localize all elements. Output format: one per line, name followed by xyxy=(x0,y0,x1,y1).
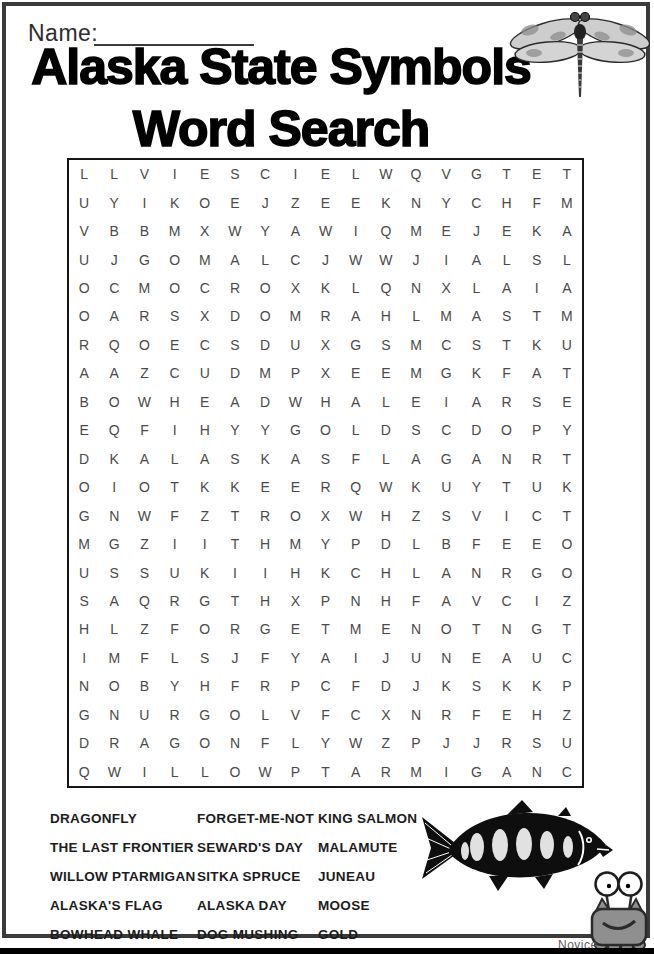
grid-cell-r2c7[interactable]: J xyxy=(250,188,280,216)
grid-cell-r19c15[interactable]: K xyxy=(491,672,521,700)
grid-cell-r12c8[interactable]: E xyxy=(280,473,310,501)
grid-cell-r9c17[interactable]: E xyxy=(552,388,582,416)
grid-cell-r1c2[interactable]: L xyxy=(99,160,129,188)
grid-cell-r15c2[interactable]: S xyxy=(99,558,129,586)
grid-cell-r9c8[interactable]: W xyxy=(280,388,310,416)
grid-cell-r7c15[interactable]: T xyxy=(491,331,521,359)
grid-cell-r8c13[interactable]: G xyxy=(431,359,461,387)
grid-cell-r1c7[interactable]: C xyxy=(250,160,280,188)
grid-cell-r7c1[interactable]: R xyxy=(69,331,99,359)
grid-cell-r22c4[interactable]: L xyxy=(160,758,190,786)
grid-cell-r20c15[interactable]: E xyxy=(491,701,521,729)
grid-cell-r8c17[interactable]: T xyxy=(552,359,582,387)
grid-cell-r9c11[interactable]: L xyxy=(371,388,401,416)
grid-cell-r22c15[interactable]: A xyxy=(491,758,521,786)
grid-cell-r11c4[interactable]: L xyxy=(160,445,190,473)
grid-cell-r20c7[interactable]: L xyxy=(250,701,280,729)
grid-cell-r6c15[interactable]: S xyxy=(491,302,521,330)
grid-cell-r12c1[interactable]: O xyxy=(69,473,99,501)
grid-cell-r13c9[interactable]: X xyxy=(310,501,340,529)
grid-cell-r4c10[interactable]: W xyxy=(341,245,371,273)
grid-cell-r17c7[interactable]: G xyxy=(250,615,280,643)
grid-cell-r8c10[interactable]: E xyxy=(341,359,371,387)
grid-cell-r1c10[interactable]: L xyxy=(341,160,371,188)
grid-cell-r2c8[interactable]: Z xyxy=(280,188,310,216)
grid-cell-r22c6[interactable]: O xyxy=(220,758,250,786)
grid-cell-r2c4[interactable]: K xyxy=(160,188,190,216)
grid-cell-r4c1[interactable]: U xyxy=(69,245,99,273)
grid-cell-r11c2[interactable]: K xyxy=(99,445,129,473)
grid-cell-r19c4[interactable]: Y xyxy=(160,672,190,700)
grid-cell-r12c14[interactable]: Y xyxy=(461,473,491,501)
grid-cell-r5c10[interactable]: L xyxy=(341,274,371,302)
grid-cell-r4c11[interactable]: W xyxy=(371,245,401,273)
grid-cell-r21c13[interactable]: J xyxy=(431,729,461,757)
grid-cell-r3c8[interactable]: A xyxy=(280,217,310,245)
grid-cell-r8c14[interactable]: K xyxy=(461,359,491,387)
grid-cell-r14c4[interactable]: I xyxy=(160,530,190,558)
grid-cell-r12c5[interactable]: K xyxy=(190,473,220,501)
grid-cell-r8c8[interactable]: P xyxy=(280,359,310,387)
grid-cell-r1c4[interactable]: I xyxy=(160,160,190,188)
grid-cell-r21c16[interactable]: S xyxy=(522,729,552,757)
grid-cell-r17c10[interactable]: M xyxy=(341,615,371,643)
grid-cell-r5c1[interactable]: O xyxy=(69,274,99,302)
grid-cell-r21c8[interactable]: L xyxy=(280,729,310,757)
grid-cell-r7c7[interactable]: D xyxy=(250,331,280,359)
grid-cell-r12c9[interactable]: R xyxy=(310,473,340,501)
grid-cell-r13c8[interactable]: O xyxy=(280,501,310,529)
grid-cell-r21c2[interactable]: R xyxy=(99,729,129,757)
grid-cell-r6c4[interactable]: S xyxy=(160,302,190,330)
grid-cell-r3c15[interactable]: E xyxy=(491,217,521,245)
grid-cell-r11c13[interactable]: G xyxy=(431,445,461,473)
grid-cell-r21c6[interactable]: N xyxy=(220,729,250,757)
grid-cell-r9c5[interactable]: E xyxy=(190,388,220,416)
grid-cell-r3c6[interactable]: W xyxy=(220,217,250,245)
grid-cell-r8c2[interactable]: A xyxy=(99,359,129,387)
grid-cell-r9c13[interactable]: I xyxy=(431,388,461,416)
grid-cell-r16c12[interactable]: F xyxy=(401,587,431,615)
grid-cell-r13c13[interactable]: S xyxy=(431,501,461,529)
grid-cell-r11c10[interactable]: F xyxy=(341,445,371,473)
grid-cell-r8c9[interactable]: X xyxy=(310,359,340,387)
grid-cell-r12c4[interactable]: T xyxy=(160,473,190,501)
grid-cell-r7c6[interactable]: S xyxy=(220,331,250,359)
grid-cell-r3c17[interactable]: A xyxy=(552,217,582,245)
grid-cell-r22c13[interactable]: I xyxy=(431,758,461,786)
grid-cell-r20c8[interactable]: V xyxy=(280,701,310,729)
grid-cell-r18c16[interactable]: U xyxy=(522,644,552,672)
grid-cell-r10c10[interactable]: L xyxy=(341,416,371,444)
grid-cell-r15c6[interactable]: I xyxy=(220,558,250,586)
grid-cell-r9c4[interactable]: H xyxy=(160,388,190,416)
grid-cell-r17c6[interactable]: R xyxy=(220,615,250,643)
grid-cell-r22c3[interactable]: I xyxy=(129,758,159,786)
grid-cell-r10c8[interactable]: G xyxy=(280,416,310,444)
grid-cell-r5c3[interactable]: M xyxy=(129,274,159,302)
grid-cell-r21c7[interactable]: F xyxy=(250,729,280,757)
grid-cell-r4c13[interactable]: I xyxy=(431,245,461,273)
grid-cell-r2c2[interactable]: Y xyxy=(99,188,129,216)
grid-cell-r14c13[interactable]: B xyxy=(431,530,461,558)
grid-cell-r15c3[interactable]: S xyxy=(129,558,159,586)
grid-cell-r21c9[interactable]: Y xyxy=(310,729,340,757)
grid-cell-r11c17[interactable]: T xyxy=(552,445,582,473)
grid-cell-r11c15[interactable]: N xyxy=(491,445,521,473)
grid-cell-r17c11[interactable]: E xyxy=(371,615,401,643)
grid-cell-r16c4[interactable]: R xyxy=(160,587,190,615)
grid-cell-r10c3[interactable]: F xyxy=(129,416,159,444)
grid-cell-r14c6[interactable]: T xyxy=(220,530,250,558)
grid-cell-r17c14[interactable]: T xyxy=(461,615,491,643)
grid-cell-r14c3[interactable]: Z xyxy=(129,530,159,558)
grid-cell-r6c9[interactable]: R xyxy=(310,302,340,330)
grid-cell-r7c4[interactable]: E xyxy=(160,331,190,359)
grid-cell-r10c4[interactable]: I xyxy=(160,416,190,444)
grid-cell-r7c3[interactable]: O xyxy=(129,331,159,359)
grid-cell-r8c6[interactable]: D xyxy=(220,359,250,387)
grid-cell-r19c9[interactable]: C xyxy=(310,672,340,700)
grid-cell-r18c11[interactable]: J xyxy=(371,644,401,672)
grid-cell-r20c3[interactable]: U xyxy=(129,701,159,729)
grid-cell-r11c12[interactable]: A xyxy=(401,445,431,473)
grid-cell-r2c13[interactable]: Y xyxy=(431,188,461,216)
grid-cell-r11c3[interactable]: A xyxy=(129,445,159,473)
grid-cell-r14c15[interactable]: E xyxy=(491,530,521,558)
grid-cell-r10c1[interactable]: E xyxy=(69,416,99,444)
grid-cell-r16c11[interactable]: H xyxy=(371,587,401,615)
grid-cell-r6c3[interactable]: R xyxy=(129,302,159,330)
grid-cell-r14c11[interactable]: D xyxy=(371,530,401,558)
grid-cell-r17c1[interactable]: H xyxy=(69,615,99,643)
grid-cell-r1c15[interactable]: T xyxy=(491,160,521,188)
grid-cell-r16c5[interactable]: G xyxy=(190,587,220,615)
grid-cell-r17c4[interactable]: F xyxy=(160,615,190,643)
grid-cell-r2c3[interactable]: I xyxy=(129,188,159,216)
grid-cell-r19c8[interactable]: P xyxy=(280,672,310,700)
grid-cell-r3c4[interactable]: M xyxy=(160,217,190,245)
grid-cell-r19c2[interactable]: O xyxy=(99,672,129,700)
grid-cell-r10c15[interactable]: O xyxy=(491,416,521,444)
grid-cell-r2c16[interactable]: F xyxy=(522,188,552,216)
grid-cell-r7c16[interactable]: K xyxy=(522,331,552,359)
grid-cell-r15c15[interactable]: R xyxy=(491,558,521,586)
grid-cell-r16c2[interactable]: A xyxy=(99,587,129,615)
grid-cell-r5c16[interactable]: I xyxy=(522,274,552,302)
grid-cell-r19c6[interactable]: F xyxy=(220,672,250,700)
grid-cell-r8c4[interactable]: C xyxy=(160,359,190,387)
grid-cell-r14c8[interactable]: M xyxy=(280,530,310,558)
grid-cell-r6c5[interactable]: X xyxy=(190,302,220,330)
grid-cell-r13c1[interactable]: G xyxy=(69,501,99,529)
grid-cell-r15c11[interactable]: H xyxy=(371,558,401,586)
grid-cell-r9c9[interactable]: H xyxy=(310,388,340,416)
grid-cell-r6c17[interactable]: M xyxy=(552,302,582,330)
grid-cell-r6c13[interactable]: M xyxy=(431,302,461,330)
grid-cell-r1c13[interactable]: V xyxy=(431,160,461,188)
grid-cell-r9c16[interactable]: S xyxy=(522,388,552,416)
grid-cell-r22c2[interactable]: W xyxy=(99,758,129,786)
grid-cell-r18c2[interactable]: M xyxy=(99,644,129,672)
grid-cell-r9c2[interactable]: O xyxy=(99,388,129,416)
grid-cell-r17c15[interactable]: N xyxy=(491,615,521,643)
grid-cell-r22c8[interactable]: P xyxy=(280,758,310,786)
grid-cell-r20c1[interactable]: G xyxy=(69,701,99,729)
grid-cell-r12c3[interactable]: O xyxy=(129,473,159,501)
grid-cell-r16c8[interactable]: X xyxy=(280,587,310,615)
grid-cell-r2c9[interactable]: E xyxy=(310,188,340,216)
grid-cell-r5c5[interactable]: C xyxy=(190,274,220,302)
grid-cell-r19c12[interactable]: J xyxy=(401,672,431,700)
grid-cell-r1c16[interactable]: E xyxy=(522,160,552,188)
grid-cell-r19c1[interactable]: N xyxy=(69,672,99,700)
grid-cell-r22c12[interactable]: M xyxy=(401,758,431,786)
grid-cell-r8c16[interactable]: A xyxy=(522,359,552,387)
grid-cell-r16c9[interactable]: P xyxy=(310,587,340,615)
grid-cell-r10c9[interactable]: O xyxy=(310,416,340,444)
grid-cell-r9c3[interactable]: W xyxy=(129,388,159,416)
grid-cell-r12c7[interactable]: E xyxy=(250,473,280,501)
grid-cell-r7c13[interactable]: C xyxy=(431,331,461,359)
grid-cell-r2c10[interactable]: E xyxy=(341,188,371,216)
grid-cell-r10c2[interactable]: Q xyxy=(99,416,129,444)
grid-cell-r7c14[interactable]: S xyxy=(461,331,491,359)
grid-cell-r4c9[interactable]: J xyxy=(310,245,340,273)
grid-cell-r5c14[interactable]: L xyxy=(461,274,491,302)
grid-cell-r6c6[interactable]: D xyxy=(220,302,250,330)
grid-cell-r16c15[interactable]: C xyxy=(491,587,521,615)
grid-cell-r15c16[interactable]: G xyxy=(522,558,552,586)
grid-cell-r5c8[interactable]: X xyxy=(280,274,310,302)
grid-cell-r6c1[interactable]: O xyxy=(69,302,99,330)
grid-cell-r9c6[interactable]: A xyxy=(220,388,250,416)
grid-cell-r22c1[interactable]: Q xyxy=(69,758,99,786)
grid-cell-r18c13[interactable]: N xyxy=(431,644,461,672)
grid-cell-r19c14[interactable]: S xyxy=(461,672,491,700)
grid-cell-r2c11[interactable]: K xyxy=(371,188,401,216)
grid-cell-r17c2[interactable]: L xyxy=(99,615,129,643)
grid-cell-r12c13[interactable]: U xyxy=(431,473,461,501)
grid-cell-r1c14[interactable]: G xyxy=(461,160,491,188)
grid-cell-r18c3[interactable]: F xyxy=(129,644,159,672)
grid-cell-r14c2[interactable]: G xyxy=(99,530,129,558)
grid-cell-r21c12[interactable]: P xyxy=(401,729,431,757)
grid-cell-r13c10[interactable]: W xyxy=(341,501,371,529)
grid-cell-r13c2[interactable]: N xyxy=(99,501,129,529)
grid-cell-r13c11[interactable]: H xyxy=(371,501,401,529)
grid-cell-r18c5[interactable]: S xyxy=(190,644,220,672)
grid-cell-r10c14[interactable]: D xyxy=(461,416,491,444)
grid-cell-r18c12[interactable]: U xyxy=(401,644,431,672)
grid-cell-r8c3[interactable]: Z xyxy=(129,359,159,387)
grid-cell-r7c2[interactable]: Q xyxy=(99,331,129,359)
grid-cell-r14c9[interactable]: Y xyxy=(310,530,340,558)
grid-cell-r21c15[interactable]: R xyxy=(491,729,521,757)
grid-cell-r10c17[interactable]: Y xyxy=(552,416,582,444)
grid-cell-r1c1[interactable]: L xyxy=(69,160,99,188)
grid-cell-r15c14[interactable]: N xyxy=(461,558,491,586)
grid-cell-r5c9[interactable]: K xyxy=(310,274,340,302)
grid-cell-r3c9[interactable]: W xyxy=(310,217,340,245)
grid-cell-r9c14[interactable]: A xyxy=(461,388,491,416)
grid-cell-r20c16[interactable]: H xyxy=(522,701,552,729)
grid-cell-r14c1[interactable]: M xyxy=(69,530,99,558)
grid-cell-r11c16[interactable]: R xyxy=(522,445,552,473)
grid-cell-r13c6[interactable]: T xyxy=(220,501,250,529)
grid-cell-r8c12[interactable]: M xyxy=(401,359,431,387)
grid-cell-r20c14[interactable]: F xyxy=(461,701,491,729)
grid-cell-r14c12[interactable]: L xyxy=(401,530,431,558)
grid-cell-r20c12[interactable]: N xyxy=(401,701,431,729)
grid-cell-r4c16[interactable]: S xyxy=(522,245,552,273)
grid-cell-r21c11[interactable]: Z xyxy=(371,729,401,757)
grid-cell-r14c7[interactable]: H xyxy=(250,530,280,558)
grid-cell-r16c16[interactable]: I xyxy=(522,587,552,615)
grid-cell-r6c12[interactable]: L xyxy=(401,302,431,330)
grid-cell-r4c5[interactable]: M xyxy=(190,245,220,273)
grid-cell-r1c9[interactable]: E xyxy=(310,160,340,188)
grid-cell-r10c13[interactable]: C xyxy=(431,416,461,444)
grid-cell-r2c6[interactable]: E xyxy=(220,188,250,216)
grid-cell-r7c12[interactable]: M xyxy=(401,331,431,359)
grid-cell-r10c5[interactable]: H xyxy=(190,416,220,444)
grid-cell-r18c1[interactable]: I xyxy=(69,644,99,672)
grid-cell-r17c5[interactable]: O xyxy=(190,615,220,643)
grid-cell-r6c8[interactable]: M xyxy=(280,302,310,330)
grid-cell-r1c5[interactable]: E xyxy=(190,160,220,188)
grid-cell-r4c4[interactable]: O xyxy=(160,245,190,273)
grid-cell-r1c6[interactable]: S xyxy=(220,160,250,188)
grid-cell-r15c4[interactable]: U xyxy=(160,558,190,586)
grid-cell-r15c9[interactable]: K xyxy=(310,558,340,586)
grid-cell-r9c15[interactable]: R xyxy=(491,388,521,416)
grid-cell-r18c6[interactable]: J xyxy=(220,644,250,672)
grid-cell-r12c2[interactable]: I xyxy=(99,473,129,501)
grid-cell-r12c10[interactable]: Q xyxy=(341,473,371,501)
grid-cell-r21c1[interactable]: D xyxy=(69,729,99,757)
grid-cell-r15c17[interactable]: O xyxy=(552,558,582,586)
grid-cell-r6c2[interactable]: A xyxy=(99,302,129,330)
grid-cell-r11c6[interactable]: S xyxy=(220,445,250,473)
grid-cell-r20c10[interactable]: C xyxy=(341,701,371,729)
grid-cell-r20c11[interactable]: X xyxy=(371,701,401,729)
grid-cell-r19c7[interactable]: R xyxy=(250,672,280,700)
grid-cell-r8c11[interactable]: E xyxy=(371,359,401,387)
grid-cell-r6c11[interactable]: H xyxy=(371,302,401,330)
grid-cell-r8c5[interactable]: U xyxy=(190,359,220,387)
grid-cell-r1c12[interactable]: Q xyxy=(401,160,431,188)
grid-cell-r14c14[interactable]: F xyxy=(461,530,491,558)
grid-cell-r8c15[interactable]: F xyxy=(491,359,521,387)
grid-cell-r10c7[interactable]: Y xyxy=(250,416,280,444)
grid-cell-r20c6[interactable]: O xyxy=(220,701,250,729)
grid-cell-r14c17[interactable]: O xyxy=(552,530,582,558)
grid-cell-r7c17[interactable]: U xyxy=(552,331,582,359)
grid-cell-r13c7[interactable]: R xyxy=(250,501,280,529)
grid-cell-r3c16[interactable]: K xyxy=(522,217,552,245)
grid-cell-r15c13[interactable]: A xyxy=(431,558,461,586)
grid-cell-r2c12[interactable]: N xyxy=(401,188,431,216)
grid-cell-r18c15[interactable]: A xyxy=(491,644,521,672)
grid-cell-r3c3[interactable]: B xyxy=(129,217,159,245)
grid-cell-r20c9[interactable]: F xyxy=(310,701,340,729)
grid-cell-r3c11[interactable]: Q xyxy=(371,217,401,245)
grid-cell-r19c3[interactable]: B xyxy=(129,672,159,700)
grid-cell-r11c1[interactable]: D xyxy=(69,445,99,473)
grid-cell-r1c17[interactable]: T xyxy=(552,160,582,188)
grid-cell-r3c14[interactable]: J xyxy=(461,217,491,245)
grid-cell-r12c17[interactable]: K xyxy=(552,473,582,501)
grid-cell-r16c6[interactable]: T xyxy=(220,587,250,615)
grid-cell-r9c12[interactable]: E xyxy=(401,388,431,416)
grid-cell-r14c5[interactable]: I xyxy=(190,530,220,558)
grid-cell-r7c5[interactable]: C xyxy=(190,331,220,359)
grid-cell-r2c15[interactable]: H xyxy=(491,188,521,216)
grid-cell-r5c13[interactable]: X xyxy=(431,274,461,302)
grid-cell-r14c10[interactable]: P xyxy=(341,530,371,558)
grid-cell-r13c4[interactable]: F xyxy=(160,501,190,529)
grid-cell-r14c16[interactable]: E xyxy=(522,530,552,558)
grid-cell-r22c16[interactable]: N xyxy=(522,758,552,786)
grid-cell-r22c9[interactable]: T xyxy=(310,758,340,786)
grid-cell-r13c12[interactable]: Z xyxy=(401,501,431,529)
grid-cell-r3c2[interactable]: B xyxy=(99,217,129,245)
grid-cell-r10c6[interactable]: Y xyxy=(220,416,250,444)
grid-cell-r2c5[interactable]: O xyxy=(190,188,220,216)
grid-cell-r13c16[interactable]: C xyxy=(522,501,552,529)
grid-cell-r16c1[interactable]: S xyxy=(69,587,99,615)
grid-cell-r9c1[interactable]: B xyxy=(69,388,99,416)
grid-cell-r22c14[interactable]: G xyxy=(461,758,491,786)
grid-cell-r5c7[interactable]: O xyxy=(250,274,280,302)
grid-cell-r15c10[interactable]: C xyxy=(341,558,371,586)
grid-cell-r3c5[interactable]: X xyxy=(190,217,220,245)
grid-cell-r5c17[interactable]: A xyxy=(552,274,582,302)
grid-cell-r11c5[interactable]: A xyxy=(190,445,220,473)
grid-cell-r21c14[interactable]: J xyxy=(461,729,491,757)
grid-cell-r4c12[interactable]: J xyxy=(401,245,431,273)
grid-cell-r21c5[interactable]: O xyxy=(190,729,220,757)
grid-cell-r17c3[interactable]: Z xyxy=(129,615,159,643)
grid-cell-r18c8[interactable]: Y xyxy=(280,644,310,672)
grid-cell-r8c7[interactable]: M xyxy=(250,359,280,387)
grid-cell-r12c6[interactable]: K xyxy=(220,473,250,501)
grid-cell-r15c1[interactable]: U xyxy=(69,558,99,586)
grid-cell-r15c12[interactable]: L xyxy=(401,558,431,586)
grid-cell-r13c3[interactable]: W xyxy=(129,501,159,529)
grid-cell-r15c8[interactable]: H xyxy=(280,558,310,586)
grid-cell-r20c5[interactable]: G xyxy=(190,701,220,729)
grid-cell-r10c16[interactable]: P xyxy=(522,416,552,444)
grid-cell-r16c17[interactable]: Z xyxy=(552,587,582,615)
grid-cell-r7c10[interactable]: G xyxy=(341,331,371,359)
grid-cell-r13c14[interactable]: V xyxy=(461,501,491,529)
grid-cell-r2c14[interactable]: C xyxy=(461,188,491,216)
grid-cell-r19c5[interactable]: H xyxy=(190,672,220,700)
grid-cell-r4c6[interactable]: A xyxy=(220,245,250,273)
grid-cell-r22c5[interactable]: L xyxy=(190,758,220,786)
grid-cell-r17c8[interactable]: E xyxy=(280,615,310,643)
grid-cell-r6c16[interactable]: T xyxy=(522,302,552,330)
grid-cell-r6c7[interactable]: O xyxy=(250,302,280,330)
grid-cell-r17c12[interactable]: N xyxy=(401,615,431,643)
grid-cell-r18c17[interactable]: C xyxy=(552,644,582,672)
grid-cell-r3c1[interactable]: V xyxy=(69,217,99,245)
grid-cell-r9c10[interactable]: A xyxy=(341,388,371,416)
grid-cell-r13c17[interactable]: T xyxy=(552,501,582,529)
grid-cell-r7c8[interactable]: U xyxy=(280,331,310,359)
